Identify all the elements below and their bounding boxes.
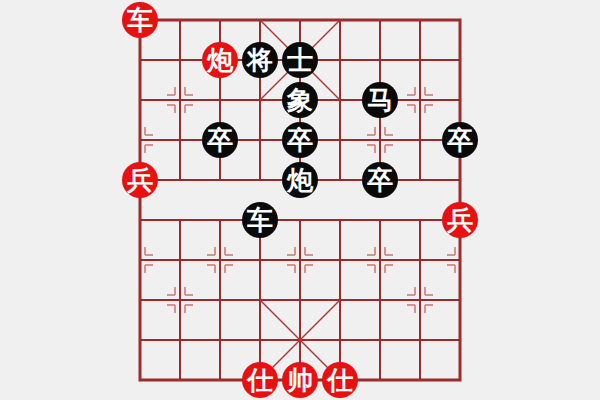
piece-black-elephant[interactable]: 象 xyxy=(282,82,318,118)
piece-grid: 车炮将士象马卒卒卒兵炮卒车兵仕帅仕 xyxy=(120,0,480,400)
piece-red-advisor[interactable]: 仕 xyxy=(242,362,278,398)
piece-red-pawn[interactable]: 兵 xyxy=(122,162,158,198)
xiangqi-board: 车炮将士象马卒卒卒兵炮卒车兵仕帅仕 xyxy=(0,0,600,400)
piece-black-cannon[interactable]: 炮 xyxy=(282,162,318,198)
piece-red-chariot[interactable]: 车 xyxy=(122,2,158,38)
piece-red-pawn[interactable]: 兵 xyxy=(442,202,478,238)
piece-black-advisor[interactable]: 士 xyxy=(282,42,318,78)
piece-black-horse[interactable]: 马 xyxy=(362,82,398,118)
piece-red-advisor[interactable]: 仕 xyxy=(322,362,358,398)
piece-black-pawn[interactable]: 卒 xyxy=(202,122,238,158)
piece-black-pawn[interactable]: 卒 xyxy=(282,122,318,158)
piece-black-king[interactable]: 将 xyxy=(242,42,278,78)
piece-black-pawn[interactable]: 卒 xyxy=(362,162,398,198)
piece-black-pawn[interactable]: 卒 xyxy=(442,122,478,158)
piece-red-cannon[interactable]: 炮 xyxy=(202,42,238,78)
piece-red-king[interactable]: 帅 xyxy=(282,362,318,398)
piece-black-chariot[interactable]: 车 xyxy=(242,202,278,238)
